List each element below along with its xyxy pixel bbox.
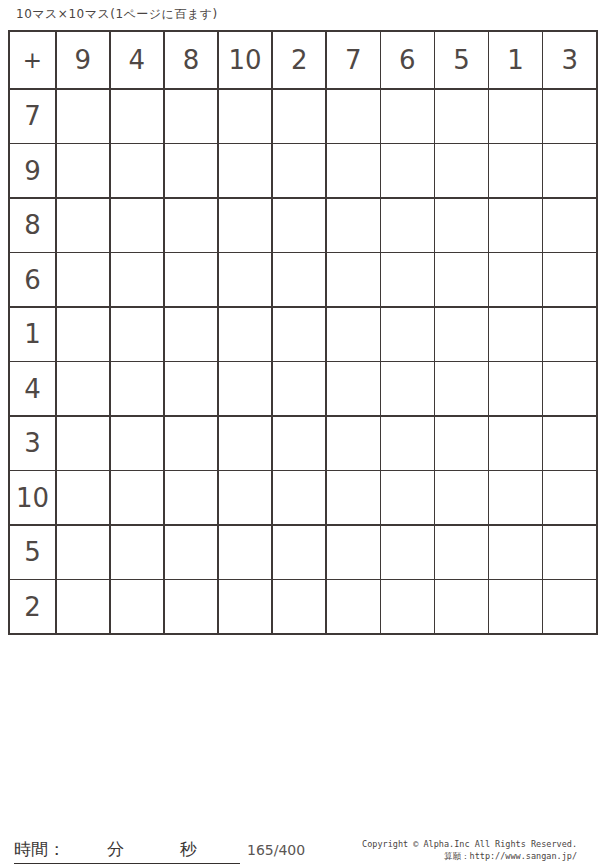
answer-cell-r2c6[interactable] — [327, 144, 380, 197]
row-header-9: 5 — [10, 526, 55, 579]
row-header-8: 10 — [10, 471, 55, 524]
minutes-label: 分 — [107, 838, 124, 861]
answer-cell-r5c6[interactable] — [327, 308, 380, 361]
answer-cell-r10c10[interactable] — [543, 580, 596, 633]
answer-cell-r9c8[interactable] — [435, 526, 488, 579]
answer-cell-r4c2[interactable] — [111, 253, 164, 306]
answer-cell-r4c7[interactable] — [381, 253, 434, 306]
row-header-1: 7 — [10, 90, 55, 143]
credit-line: 算願：http://www.sangan.jp/ — [362, 851, 577, 863]
answer-cell-r5c2[interactable] — [111, 308, 164, 361]
row-header-5: 1 — [10, 308, 55, 361]
answer-cell-r8c3[interactable] — [165, 471, 218, 524]
answer-cell-r8c1[interactable] — [57, 471, 110, 524]
answer-cell-r2c5[interactable] — [273, 144, 326, 197]
answer-cell-r7c4[interactable] — [219, 417, 272, 470]
answer-cell-r4c5[interactable] — [273, 253, 326, 306]
answer-cell-r1c2[interactable] — [111, 90, 164, 143]
answer-cell-r1c1[interactable] — [57, 90, 110, 143]
answer-cell-r5c9[interactable] — [489, 308, 542, 361]
answer-cell-r4c6[interactable] — [327, 253, 380, 306]
col-header-7: 6 — [381, 32, 434, 88]
answer-cell-r3c1[interactable] — [57, 199, 110, 252]
answer-cell-r3c2[interactable] — [111, 199, 164, 252]
answer-cell-r2c2[interactable] — [111, 144, 164, 197]
answer-cell-r3c9[interactable] — [489, 199, 542, 252]
copyright-block: Copyright © Alpha.Inc All Rights Reserve… — [362, 839, 577, 862]
copyright-line: Copyright © Alpha.Inc All Rights Reserve… — [362, 839, 577, 851]
answer-cell-r5c1[interactable] — [57, 308, 110, 361]
answer-cell-r7c1[interactable] — [57, 417, 110, 470]
answer-cell-r7c8[interactable] — [435, 417, 488, 470]
answer-cell-r2c1[interactable] — [57, 144, 110, 197]
answer-cell-r1c9[interactable] — [489, 90, 542, 143]
answer-cell-r5c10[interactable] — [543, 308, 596, 361]
row-header-10: 2 — [10, 580, 55, 633]
answer-cell-r4c9[interactable] — [489, 253, 542, 306]
answer-cell-r5c3[interactable] — [165, 308, 218, 361]
answer-cell-r2c9[interactable] — [489, 144, 542, 197]
time-entry-row: 時間： 分 秒 165/400 — [14, 838, 305, 864]
answer-cell-r6c8[interactable] — [435, 362, 488, 415]
col-header-3: 8 — [165, 32, 218, 88]
answer-cell-r6c6[interactable] — [327, 362, 380, 415]
page-number: 165/400 — [247, 842, 305, 858]
answer-cell-r6c9[interactable] — [489, 362, 542, 415]
answer-cell-r10c6[interactable] — [327, 580, 380, 633]
answer-cell-r4c8[interactable] — [435, 253, 488, 306]
answer-cell-r1c5[interactable] — [273, 90, 326, 143]
answer-cell-r1c3[interactable] — [165, 90, 218, 143]
answer-cell-r9c7[interactable] — [381, 526, 434, 579]
answer-cell-r1c10[interactable] — [543, 90, 596, 143]
answer-cell-r10c9[interactable] — [489, 580, 542, 633]
answer-cell-r2c8[interactable] — [435, 144, 488, 197]
row-header-3: 8 — [10, 199, 55, 252]
answer-cell-r6c10[interactable] — [543, 362, 596, 415]
answer-cell-r4c1[interactable] — [57, 253, 110, 306]
answer-cell-r7c3[interactable] — [165, 417, 218, 470]
answer-cell-r5c4[interactable] — [219, 308, 272, 361]
answer-cell-r7c9[interactable] — [489, 417, 542, 470]
answer-cell-r3c5[interactable] — [273, 199, 326, 252]
answer-cell-r8c8[interactable] — [435, 471, 488, 524]
answer-cell-r4c10[interactable] — [543, 253, 596, 306]
answer-cell-r9c3[interactable] — [165, 526, 218, 579]
answer-cell-r8c9[interactable] — [489, 471, 542, 524]
answer-cell-r9c6[interactable] — [327, 526, 380, 579]
answer-cell-r9c4[interactable] — [219, 526, 272, 579]
minutes-blank[interactable] — [65, 854, 107, 855]
answer-cell-r5c7[interactable] — [381, 308, 434, 361]
row-header-2: 9 — [10, 144, 55, 197]
answer-cell-r8c7[interactable] — [381, 471, 434, 524]
col-header-10: 3 — [543, 32, 596, 88]
seconds-label: 秒 — [180, 838, 197, 861]
answer-cell-r5c8[interactable] — [435, 308, 488, 361]
answer-cell-r6c7[interactable] — [381, 362, 434, 415]
answer-cell-r6c3[interactable] — [165, 362, 218, 415]
answer-cell-r3c8[interactable] — [435, 199, 488, 252]
answer-cell-r8c10[interactable] — [543, 471, 596, 524]
answer-cell-r10c5[interactable] — [273, 580, 326, 633]
answer-cell-r9c1[interactable] — [57, 526, 110, 579]
answer-cell-r10c3[interactable] — [165, 580, 218, 633]
answer-cell-r9c2[interactable] — [111, 526, 164, 579]
answer-cell-r3c3[interactable] — [165, 199, 218, 252]
answer-cell-r2c4[interactable] — [219, 144, 272, 197]
answer-cell-r7c2[interactable] — [111, 417, 164, 470]
answer-cell-r1c7[interactable] — [381, 90, 434, 143]
hyakumasu-grid: +9481027651379861431052 — [8, 30, 598, 635]
answer-cell-r7c7[interactable] — [381, 417, 434, 470]
answer-cell-r10c1[interactable] — [57, 580, 110, 633]
answer-cell-r10c2[interactable] — [111, 580, 164, 633]
answer-cell-r3c4[interactable] — [219, 199, 272, 252]
row-header-6: 4 — [10, 362, 55, 415]
answer-cell-r8c2[interactable] — [111, 471, 164, 524]
col-header-9: 1 — [489, 32, 542, 88]
answer-cell-r6c4[interactable] — [219, 362, 272, 415]
answer-cell-r3c6[interactable] — [327, 199, 380, 252]
answer-cell-r1c4[interactable] — [219, 90, 272, 143]
operator-cell: + — [10, 32, 55, 88]
answer-cell-r10c8[interactable] — [435, 580, 488, 633]
answer-cell-r4c4[interactable] — [219, 253, 272, 306]
answer-cell-r1c8[interactable] — [435, 90, 488, 143]
answer-cell-r8c5[interactable] — [273, 471, 326, 524]
col-header-6: 7 — [327, 32, 380, 88]
col-header-8: 5 — [435, 32, 488, 88]
answer-cell-r6c2[interactable] — [111, 362, 164, 415]
answer-cell-r10c4[interactable] — [219, 580, 272, 633]
answer-cell-r10c7[interactable] — [381, 580, 434, 633]
answer-cell-r6c1[interactable] — [57, 362, 110, 415]
answer-cell-r6c5[interactable] — [273, 362, 326, 415]
col-header-4: 10 — [219, 32, 272, 88]
row-header-7: 3 — [10, 417, 55, 470]
answer-cell-r9c9[interactable] — [489, 526, 542, 579]
answer-cell-r7c5[interactable] — [273, 417, 326, 470]
col-header-5: 2 — [273, 32, 326, 88]
answer-cell-r9c5[interactable] — [273, 526, 326, 579]
answer-cell-r2c7[interactable] — [381, 144, 434, 197]
answer-cell-r7c6[interactable] — [327, 417, 380, 470]
worksheet-page: 10マス×10マス(1ページに百ます) +9481027651379861431… — [0, 0, 600, 865]
answer-cell-r3c7[interactable] — [381, 199, 434, 252]
answer-cell-r8c6[interactable] — [327, 471, 380, 524]
worksheet-title: 10マス×10マス(1ページに百ます) — [16, 6, 218, 23]
col-header-1: 9 — [57, 32, 110, 88]
answer-cell-r2c3[interactable] — [165, 144, 218, 197]
answer-cell-r4c3[interactable] — [165, 253, 218, 306]
answer-cell-r9c10[interactable] — [543, 526, 596, 579]
time-label: 時間： — [14, 838, 65, 861]
col-header-2: 4 — [111, 32, 164, 88]
answer-cell-r5c5[interactable] — [273, 308, 326, 361]
answer-cell-r2c10[interactable] — [543, 144, 596, 197]
answer-cell-r3c10[interactable] — [543, 199, 596, 252]
answer-cell-r7c10[interactable] — [543, 417, 596, 470]
row-header-4: 6 — [10, 253, 55, 306]
answer-cell-r1c6[interactable] — [327, 90, 380, 143]
time-entry-line: 時間： 分 秒 — [14, 838, 240, 864]
answer-cell-r8c4[interactable] — [219, 471, 272, 524]
seconds-blank[interactable] — [124, 854, 180, 855]
